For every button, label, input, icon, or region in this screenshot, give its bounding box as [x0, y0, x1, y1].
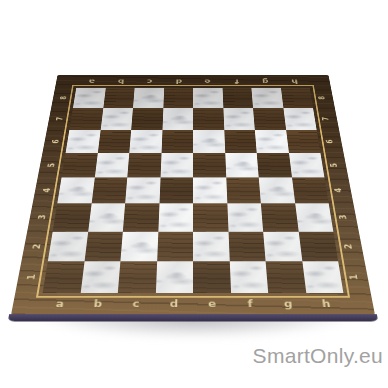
- square-a8: [73, 88, 106, 108]
- square-c7: [131, 108, 163, 130]
- watermark-text: SmartOnly.eu: [253, 344, 383, 368]
- file-bottom-label-c: c: [116, 293, 155, 315]
- file-top-label-a: a: [76, 75, 107, 88]
- square-h8: [281, 88, 314, 108]
- file-bottom-label-d: d: [155, 293, 194, 315]
- product-photo: abcdefgh abcdefgh 87654321 87654321 Smar…: [0, 0, 388, 388]
- square-e2: [193, 231, 229, 261]
- square-g5: [257, 153, 292, 177]
- square-d1: [155, 261, 193, 293]
- square-h4: [292, 177, 329, 203]
- square-b7: [100, 108, 133, 130]
- square-a2: [48, 231, 88, 261]
- square-d4: [159, 177, 193, 203]
- file-top-label-h: h: [279, 75, 310, 88]
- file-top-label-d: d: [164, 75, 193, 88]
- square-e4: [193, 177, 227, 203]
- square-g8: [251, 88, 283, 108]
- square-h3: [295, 204, 333, 232]
- square-b1: [80, 261, 120, 293]
- file-top-label-b: b: [105, 75, 135, 88]
- square-f3: [227, 204, 263, 232]
- square-b6: [97, 130, 131, 153]
- file-bottom-label-b: b: [78, 293, 118, 315]
- square-f8: [222, 88, 253, 108]
- square-b5: [94, 153, 129, 177]
- square-h7: [283, 108, 317, 130]
- file-bottom-label-f: f: [231, 293, 270, 315]
- square-g3: [261, 204, 298, 232]
- square-a3: [53, 204, 91, 232]
- square-c1: [118, 261, 157, 293]
- file-bottom-label-g: g: [268, 293, 308, 315]
- square-f2: [228, 231, 266, 261]
- square-h5: [289, 153, 325, 177]
- square-c5: [127, 153, 161, 177]
- file-bottom-label-h: h: [306, 293, 347, 315]
- chessboard-perspective-wrap: abcdefgh abcdefgh 87654321 87654321: [11, 75, 375, 315]
- file-labels-top: abcdefgh: [76, 75, 309, 88]
- square-c4: [125, 177, 160, 203]
- square-h1: [302, 261, 344, 293]
- file-bottom-label-a: a: [39, 293, 80, 315]
- file-top-label-f: f: [222, 75, 252, 88]
- square-e1: [193, 261, 231, 293]
- square-a7: [69, 108, 103, 130]
- square-d5: [160, 153, 193, 177]
- square-e6: [193, 130, 225, 153]
- chessboard: abcdefgh abcdefgh 87654321 87654321: [11, 75, 375, 315]
- square-c3: [123, 204, 159, 232]
- square-c6: [129, 130, 162, 153]
- square-a4: [57, 177, 94, 203]
- square-a1: [43, 261, 85, 293]
- file-labels-bottom: abcdefgh: [39, 293, 347, 315]
- square-d3: [158, 204, 193, 232]
- file-bottom-label-e: e: [193, 293, 232, 315]
- square-g7: [253, 108, 286, 130]
- square-c2: [120, 231, 158, 261]
- square-d8: [163, 88, 193, 108]
- square-g6: [255, 130, 289, 153]
- square-f6: [224, 130, 257, 153]
- square-e5: [193, 153, 226, 177]
- board-side-edge: [8, 314, 379, 321]
- square-b4: [91, 177, 127, 203]
- square-f7: [223, 108, 255, 130]
- square-g2: [263, 231, 302, 261]
- square-b3: [88, 204, 125, 232]
- file-top-label-c: c: [135, 75, 165, 88]
- board-squares: [43, 88, 344, 293]
- square-b8: [103, 88, 135, 108]
- file-top-label-e: e: [193, 75, 222, 88]
- square-d7: [162, 108, 193, 130]
- square-e3: [193, 204, 228, 232]
- square-g1: [266, 261, 306, 293]
- file-top-label-g: g: [250, 75, 280, 88]
- square-h6: [286, 130, 321, 153]
- square-f4: [226, 177, 261, 203]
- square-f1: [229, 261, 268, 293]
- square-d6: [161, 130, 193, 153]
- square-a6: [66, 130, 101, 153]
- square-d2: [157, 231, 193, 261]
- square-e7: [193, 108, 224, 130]
- square-h2: [298, 231, 338, 261]
- square-g4: [259, 177, 295, 203]
- square-a5: [62, 153, 98, 177]
- square-e8: [193, 88, 223, 108]
- square-b2: [84, 231, 123, 261]
- square-f5: [225, 153, 259, 177]
- square-c8: [133, 88, 164, 108]
